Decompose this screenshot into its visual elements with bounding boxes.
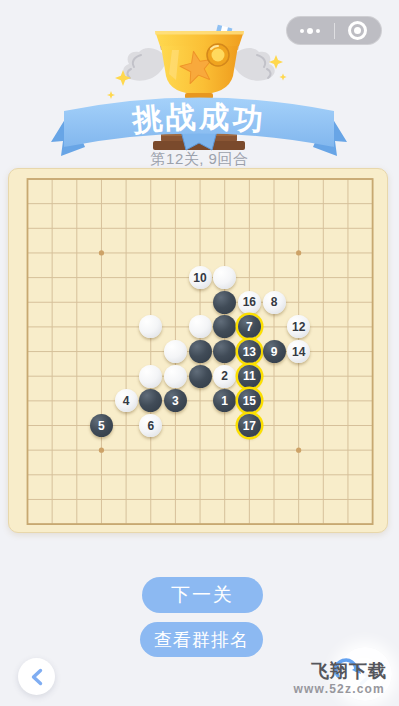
stone-preset-black — [213, 291, 236, 314]
stone-17-black: 17 — [238, 414, 261, 437]
stone-preset-black — [189, 340, 212, 363]
stone-preset-black — [189, 365, 212, 388]
medal-icon — [207, 44, 229, 66]
circle-dot-icon — [348, 21, 367, 40]
view-group-ranking-button[interactable]: 查看群排名 — [140, 622, 263, 657]
app-screen: 挑战成功 第12关, 9回合 1016871213914211431155617… — [0, 0, 399, 706]
level-round-subtitle: 第12关, 9回合 — [0, 150, 399, 169]
stone-13-black: 13 — [238, 340, 261, 363]
stone-4-white: 4 — [115, 389, 138, 412]
stone-preset-white — [189, 315, 212, 338]
stone-preset-white — [164, 365, 187, 388]
stone-10-white: 10 — [189, 266, 212, 289]
back-button[interactable] — [18, 658, 55, 695]
stone-preset-white — [164, 340, 187, 363]
stone-8-white: 8 — [263, 291, 286, 314]
stone-9-black: 9 — [263, 340, 286, 363]
stone-preset-white — [139, 365, 162, 388]
chevron-left-icon — [30, 668, 44, 686]
stone-16-white: 16 — [238, 291, 261, 314]
next-level-button[interactable]: 下一关 — [142, 577, 263, 613]
stone-11-black: 11 — [238, 365, 261, 388]
gomoku-board: 1016871213914211431155617 — [8, 168, 388, 533]
victory-illustration: 挑战成功 — [49, 14, 349, 154]
watermark-url: www.52z.com — [270, 682, 390, 696]
watermark: 飞翔下载 www.52z.com — [270, 660, 390, 696]
stone-2-white: 2 — [213, 365, 236, 388]
stone-5-black: 5 — [90, 414, 113, 437]
watermark-title: 飞翔下载 — [270, 660, 390, 682]
